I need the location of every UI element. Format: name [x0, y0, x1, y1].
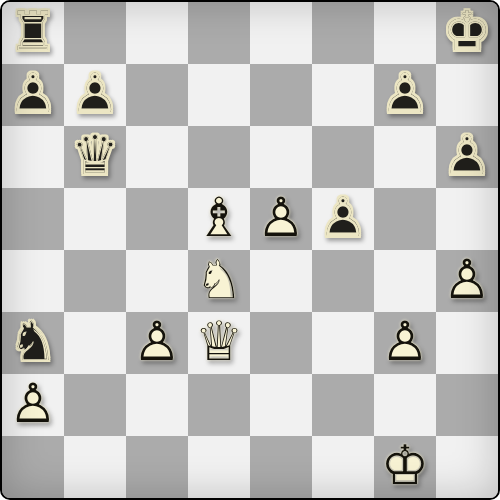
piece-outline-glyph: ♔	[374, 436, 436, 498]
black-pawn[interactable]: ♟♙	[64, 64, 126, 126]
square-a3[interactable]: ♞♘	[2, 312, 64, 374]
square-g6[interactable]	[374, 126, 436, 188]
square-b6[interactable]: ♛♕	[64, 126, 126, 188]
square-d2[interactable]	[188, 374, 250, 436]
black-queen[interactable]: ♛♕	[64, 126, 126, 188]
square-e1[interactable]	[250, 436, 312, 498]
square-d1[interactable]	[188, 436, 250, 498]
square-b1[interactable]	[64, 436, 126, 498]
square-e8[interactable]	[250, 2, 312, 64]
square-d6[interactable]	[188, 126, 250, 188]
piece-outline-glyph: ♕	[188, 312, 250, 374]
square-b5[interactable]	[64, 188, 126, 250]
square-h6[interactable]: ♟♙	[436, 126, 498, 188]
square-c3[interactable]: ♟♙	[126, 312, 188, 374]
square-f7[interactable]	[312, 64, 374, 126]
square-g5[interactable]	[374, 188, 436, 250]
black-knight[interactable]: ♞♘	[2, 312, 64, 374]
square-a1[interactable]	[2, 436, 64, 498]
piece-outline-glyph: ♖	[2, 2, 64, 64]
square-e6[interactable]	[250, 126, 312, 188]
chess-board: ♜♖♚♔♟♙♟♙♟♙♛♕♟♙♝♗♟♙♟♙♞♘♟♙♞♘♟♙♛♕♟♙♟♙♚♔	[0, 0, 500, 500]
square-e7[interactable]	[250, 64, 312, 126]
square-h2[interactable]	[436, 374, 498, 436]
square-h1[interactable]	[436, 436, 498, 498]
piece-outline-glyph: ♙	[126, 312, 188, 374]
square-c5[interactable]	[126, 188, 188, 250]
square-f2[interactable]	[312, 374, 374, 436]
square-f5[interactable]: ♟♙	[312, 188, 374, 250]
piece-outline-glyph: ♙	[312, 188, 374, 250]
white-pawn[interactable]: ♟♙	[2, 374, 64, 436]
square-g3[interactable]: ♟♙	[374, 312, 436, 374]
square-d3[interactable]: ♛♕	[188, 312, 250, 374]
square-a7[interactable]: ♟♙	[2, 64, 64, 126]
square-e2[interactable]	[250, 374, 312, 436]
square-f1[interactable]	[312, 436, 374, 498]
black-pawn[interactable]: ♟♙	[436, 126, 498, 188]
square-f4[interactable]	[312, 250, 374, 312]
square-e4[interactable]	[250, 250, 312, 312]
white-pawn[interactable]: ♟♙	[436, 250, 498, 312]
square-g2[interactable]	[374, 374, 436, 436]
black-pawn[interactable]: ♟♙	[312, 188, 374, 250]
piece-outline-glyph: ♙	[2, 374, 64, 436]
square-a6[interactable]	[2, 126, 64, 188]
square-a2[interactable]: ♟♙	[2, 374, 64, 436]
square-b2[interactable]	[64, 374, 126, 436]
black-pawn[interactable]: ♟♙	[374, 64, 436, 126]
square-c2[interactable]	[126, 374, 188, 436]
square-h5[interactable]	[436, 188, 498, 250]
black-king[interactable]: ♚♔	[436, 2, 498, 64]
square-b8[interactable]	[64, 2, 126, 64]
piece-outline-glyph: ♙	[250, 188, 312, 250]
square-e5[interactable]: ♟♙	[250, 188, 312, 250]
square-g1[interactable]: ♚♔	[374, 436, 436, 498]
white-queen[interactable]: ♛♕	[188, 312, 250, 374]
black-pawn[interactable]: ♟♙	[2, 64, 64, 126]
piece-outline-glyph: ♘	[2, 312, 64, 374]
piece-outline-glyph: ♙	[374, 64, 436, 126]
square-d4[interactable]: ♞♘	[188, 250, 250, 312]
square-c7[interactable]	[126, 64, 188, 126]
piece-outline-glyph: ♙	[374, 312, 436, 374]
square-c1[interactable]	[126, 436, 188, 498]
white-king[interactable]: ♚♔	[374, 436, 436, 498]
square-e3[interactable]	[250, 312, 312, 374]
square-f3[interactable]	[312, 312, 374, 374]
piece-outline-glyph: ♙	[64, 64, 126, 126]
square-h3[interactable]	[436, 312, 498, 374]
square-h7[interactable]	[436, 64, 498, 126]
white-bishop[interactable]: ♝♗	[188, 188, 250, 250]
square-c4[interactable]	[126, 250, 188, 312]
piece-outline-glyph: ♙	[436, 250, 498, 312]
square-a8[interactable]: ♜♖	[2, 2, 64, 64]
square-g4[interactable]	[374, 250, 436, 312]
white-pawn[interactable]: ♟♙	[250, 188, 312, 250]
piece-outline-glyph: ♙	[436, 126, 498, 188]
square-b7[interactable]: ♟♙	[64, 64, 126, 126]
white-pawn[interactable]: ♟♙	[374, 312, 436, 374]
white-pawn[interactable]: ♟♙	[126, 312, 188, 374]
square-b4[interactable]	[64, 250, 126, 312]
square-c8[interactable]	[126, 2, 188, 64]
square-d8[interactable]	[188, 2, 250, 64]
piece-outline-glyph: ♘	[188, 250, 250, 312]
square-f6[interactable]	[312, 126, 374, 188]
square-c6[interactable]	[126, 126, 188, 188]
square-d7[interactable]	[188, 64, 250, 126]
square-g7[interactable]: ♟♙	[374, 64, 436, 126]
square-h4[interactable]: ♟♙	[436, 250, 498, 312]
square-a5[interactable]	[2, 188, 64, 250]
white-knight[interactable]: ♞♘	[188, 250, 250, 312]
square-g8[interactable]	[374, 2, 436, 64]
piece-outline-glyph: ♙	[2, 64, 64, 126]
black-rook[interactable]: ♜♖	[2, 2, 64, 64]
piece-outline-glyph: ♗	[188, 188, 250, 250]
square-f8[interactable]	[312, 2, 374, 64]
piece-outline-glyph: ♕	[64, 126, 126, 188]
square-b3[interactable]	[64, 312, 126, 374]
square-a4[interactable]	[2, 250, 64, 312]
square-d5[interactable]: ♝♗	[188, 188, 250, 250]
piece-outline-glyph: ♔	[436, 2, 498, 64]
square-h8[interactable]: ♚♔	[436, 2, 498, 64]
